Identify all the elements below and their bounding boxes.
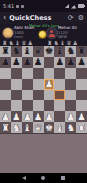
square-f7[interactable]: ♟ bbox=[54, 57, 65, 68]
white-knight-piece: ♞ bbox=[12, 123, 21, 133]
person-icon bbox=[49, 34, 55, 37]
square-f1[interactable]: ♝ bbox=[54, 122, 65, 133]
square-g7[interactable]: ♟ bbox=[65, 57, 76, 68]
square-d2[interactable]: ♟ bbox=[33, 111, 44, 122]
white-queen-piece: ♛ bbox=[34, 123, 43, 133]
square-e1[interactable]: ♚ bbox=[44, 122, 55, 133]
white-rook-piece: ♜ bbox=[77, 123, 86, 133]
square-b1[interactable]: ♞ bbox=[11, 122, 22, 133]
avatar-black-player[interactable] bbox=[46, 27, 58, 39]
white-pawn-piece: ♟ bbox=[34, 112, 43, 122]
black-pawn-piece: ♟ bbox=[56, 57, 65, 67]
square-h3[interactable] bbox=[76, 100, 87, 111]
square-g4[interactable] bbox=[65, 90, 76, 101]
square-a5[interactable] bbox=[0, 79, 11, 90]
square-b4[interactable] bbox=[11, 90, 22, 101]
white-pawn-piece: ♟ bbox=[66, 112, 75, 122]
square-f8[interactable]: ♝ bbox=[54, 46, 65, 57]
white-bishop-piece: ♝ bbox=[56, 123, 65, 133]
white-pawn-piece: ♟ bbox=[77, 112, 86, 122]
square-e7[interactable] bbox=[44, 57, 55, 68]
white-pawn-piece: ♟ bbox=[23, 112, 32, 122]
square-d5[interactable] bbox=[33, 79, 44, 90]
signal-icon bbox=[65, 4, 69, 8]
square-h2[interactable]: ♟ bbox=[76, 111, 87, 122]
person-icon bbox=[50, 30, 53, 33]
white-bishop-piece: ♝ bbox=[23, 123, 32, 133]
square-d3[interactable] bbox=[33, 100, 44, 111]
square-a1[interactable]: ♜ bbox=[0, 122, 11, 133]
battery-icon bbox=[78, 4, 84, 8]
nav-home-icon[interactable] bbox=[41, 176, 45, 180]
square-f5[interactable] bbox=[54, 79, 65, 90]
square-b8[interactable]: ♞ bbox=[11, 46, 22, 57]
square-g2[interactable]: ♟ bbox=[65, 111, 76, 122]
clock-time: 5:41 bbox=[3, 3, 14, 9]
square-b5[interactable] bbox=[11, 79, 22, 90]
chess-board: ♜♞♝♛♚♝♞♜♟♟♟♟♟♟♟♟♟♟♟♟♟♟♟♜♞♝♛♚♝♞♜ bbox=[0, 46, 87, 133]
square-g3[interactable] bbox=[65, 100, 76, 111]
square-g1[interactable]: ♞ bbox=[65, 122, 76, 133]
nav-recents-icon[interactable] bbox=[61, 176, 65, 180]
square-e4[interactable] bbox=[44, 90, 55, 101]
square-c5[interactable] bbox=[22, 79, 33, 90]
white-pawn-piece: ♟ bbox=[1, 112, 10, 122]
square-f2[interactable] bbox=[54, 111, 65, 122]
avatar-white-player[interactable] bbox=[2, 27, 14, 39]
notification-icon bbox=[16, 5, 19, 8]
square-h4[interactable] bbox=[76, 90, 87, 101]
square-g8[interactable]: ♞ bbox=[65, 46, 76, 57]
white-knight-piece: ♞ bbox=[66, 123, 75, 133]
square-e5[interactable]: ♟ bbox=[44, 79, 55, 90]
square-c1[interactable]: ♝ bbox=[22, 122, 33, 133]
white-pawn-piece: ♟ bbox=[45, 79, 54, 89]
nav-back-icon[interactable] bbox=[22, 176, 26, 180]
black-bishop-piece: ♝ bbox=[23, 46, 32, 56]
white-rook-piece: ♜ bbox=[1, 123, 10, 133]
notification-icon bbox=[21, 5, 24, 8]
back-chevron-icon[interactable]: ‹ bbox=[3, 13, 6, 23]
black-knight-piece: ♞ bbox=[12, 46, 21, 56]
square-d4[interactable] bbox=[33, 90, 44, 101]
black-knight-piece: ♞ bbox=[66, 46, 75, 56]
square-h5[interactable] bbox=[76, 79, 87, 90]
square-c4[interactable] bbox=[22, 90, 33, 101]
square-g5[interactable] bbox=[65, 79, 76, 90]
page-title: QuickChess bbox=[9, 14, 64, 22]
square-b7[interactable]: ♟ bbox=[11, 57, 22, 68]
white-king-piece: ♚ bbox=[45, 123, 54, 133]
status-bar: 5:41 bbox=[0, 0, 87, 12]
black-bishop-piece: ♝ bbox=[56, 46, 65, 56]
black-pawn-piece: ♟ bbox=[12, 57, 21, 67]
square-a2[interactable]: ♟ bbox=[0, 111, 11, 122]
square-h1[interactable]: ♜ bbox=[76, 122, 87, 133]
black-pawn-piece: ♟ bbox=[34, 57, 43, 67]
android-nav-bar bbox=[0, 173, 87, 183]
black-pawn-piece: ♟ bbox=[1, 57, 10, 67]
square-f4[interactable] bbox=[54, 90, 65, 101]
wifi-icon bbox=[71, 4, 76, 9]
square-h7[interactable]: ♟ bbox=[76, 57, 87, 68]
square-c2[interactable]: ♟ bbox=[22, 111, 33, 122]
square-e6[interactable] bbox=[44, 68, 55, 79]
square-a6[interactable] bbox=[0, 68, 11, 79]
black-pawn-piece: ♟ bbox=[66, 57, 75, 67]
black-pawn-piece: ♟ bbox=[77, 57, 86, 67]
square-e3[interactable] bbox=[44, 100, 55, 111]
square-a7[interactable]: ♟ bbox=[0, 57, 11, 68]
square-c6[interactable] bbox=[22, 68, 33, 79]
app-screen: 5:41 ‹ QuickChess ⟳ ⚙ Abhi Shah 1000 (me… bbox=[0, 0, 87, 183]
square-f3[interactable] bbox=[54, 100, 65, 111]
square-a8[interactable]: ♜ bbox=[0, 46, 11, 57]
square-b3[interactable] bbox=[11, 100, 22, 111]
black-rook-piece: ♜ bbox=[77, 46, 86, 56]
square-b6[interactable] bbox=[11, 68, 22, 79]
square-h8[interactable]: ♜ bbox=[76, 46, 87, 57]
square-c3[interactable] bbox=[22, 100, 33, 111]
white-pawn-piece: ♟ bbox=[45, 112, 54, 122]
square-d8[interactable]: ♛ bbox=[33, 46, 44, 57]
square-g6[interactable] bbox=[65, 68, 76, 79]
square-d6[interactable] bbox=[33, 68, 44, 79]
black-king-piece: ♚ bbox=[45, 46, 54, 56]
square-d7[interactable]: ♟ bbox=[33, 57, 44, 68]
square-c8[interactable]: ♝ bbox=[22, 46, 33, 57]
settings-icon[interactable]: ⚙ bbox=[78, 14, 84, 22]
board-background-area bbox=[0, 133, 87, 173]
black-queen-piece: ♛ bbox=[34, 46, 43, 56]
square-h6[interactable] bbox=[76, 68, 87, 79]
square-a3[interactable] bbox=[0, 100, 11, 111]
black-pawn-piece: ♟ bbox=[23, 57, 32, 67]
square-f6[interactable] bbox=[54, 68, 65, 79]
square-c7[interactable]: ♟ bbox=[22, 57, 33, 68]
square-a4[interactable] bbox=[0, 90, 11, 101]
square-e8[interactable]: ♚ bbox=[44, 46, 55, 57]
white-pawn-piece: ♟ bbox=[12, 112, 21, 122]
square-b2[interactable]: ♟ bbox=[11, 111, 22, 122]
flip-board-icon[interactable]: ⟳ bbox=[68, 14, 74, 22]
square-d1[interactable]: ♛ bbox=[33, 122, 44, 133]
black-rook-piece: ♜ bbox=[1, 46, 10, 56]
square-e2[interactable]: ♟ bbox=[44, 111, 55, 122]
